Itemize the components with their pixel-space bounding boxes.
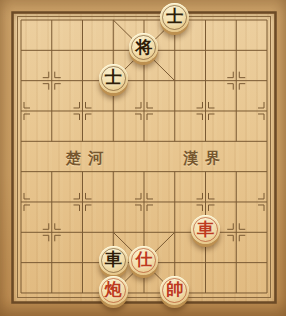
piece-glyph: 車 — [197, 221, 214, 238]
piece-red-chariot[interactable]: 車 — [191, 215, 220, 244]
piece-red-cannon[interactable]: 炮 — [99, 276, 128, 305]
piece-glyph: 将 — [135, 39, 152, 56]
piece-glyph: 炮 — [105, 281, 122, 298]
piece-glyph: 帥 — [166, 281, 183, 298]
piece-black-general[interactable]: 将 — [129, 33, 158, 62]
piece-red-advisor[interactable]: 仕 — [129, 246, 158, 275]
piece-glyph: 仕 — [135, 251, 152, 268]
piece-black-advisor[interactable]: 士 — [160, 3, 189, 32]
xiangqi-game-screen: 楚河 漢界 士将士車車仕炮帥 — [0, 0, 286, 316]
piece-black-advisor[interactable]: 士 — [99, 64, 128, 93]
piece-black-chariot[interactable]: 車 — [99, 246, 128, 275]
piece-glyph: 車 — [105, 251, 122, 268]
piece-glyph: 士 — [105, 69, 122, 86]
piece-red-general[interactable]: 帥 — [160, 276, 189, 305]
board-grid[interactable]: 士将士車車仕炮帥 — [6, 5, 283, 308]
piece-glyph: 士 — [166, 8, 183, 25]
